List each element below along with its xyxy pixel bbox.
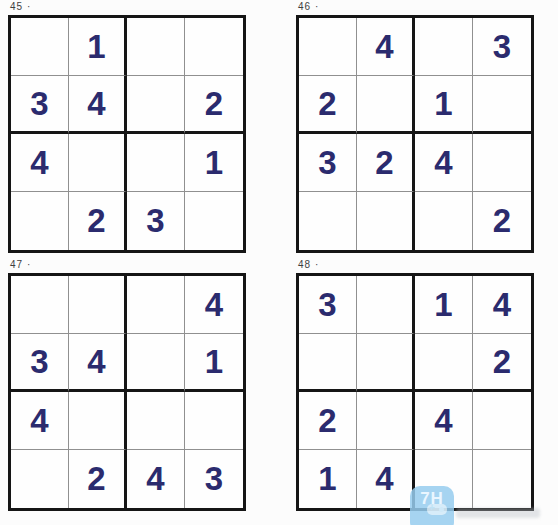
puzzle-label-48: 48 · [298, 259, 534, 271]
puzzle-label-45: 45 · [10, 1, 246, 13]
cell-r3c3[interactable] [127, 392, 185, 450]
cell-r4c3[interactable] [415, 192, 473, 250]
puzzle-block-45: 45 · 13424123 [8, 1, 246, 253]
cell-r1c2: 4 [357, 18, 415, 76]
cell-r4c1: 1 [299, 450, 357, 508]
cell-r3c3: 4 [415, 392, 473, 450]
cell-r3c1: 2 [299, 392, 357, 450]
cell-r3c4: 1 [185, 134, 243, 192]
cell-r1c1[interactable] [11, 18, 69, 76]
cell-r4c3: 4 [127, 450, 185, 508]
cell-r4c1[interactable] [11, 450, 69, 508]
sudoku-board-45: 13424123 [8, 15, 246, 253]
cell-r2c4: 1 [185, 334, 243, 392]
cell-r2c3[interactable] [127, 334, 185, 392]
cell-r2c2[interactable] [357, 334, 415, 392]
cell-r1c2: 1 [69, 18, 127, 76]
cell-r1c3[interactable] [415, 18, 473, 76]
cell-r2c4[interactable] [473, 76, 531, 134]
cell-r1c1[interactable] [299, 18, 357, 76]
cell-r4c1[interactable] [11, 192, 69, 250]
cell-r2c1[interactable] [299, 334, 357, 392]
cell-r3c1: 4 [11, 134, 69, 192]
cell-r4c4: 3 [185, 450, 243, 508]
page: { "game": "sudoku-4x4", "accent_color": … [0, 0, 558, 525]
cell-r4c1[interactable] [299, 192, 357, 250]
cell-r4c2: 2 [69, 192, 127, 250]
cell-r2c4: 2 [185, 76, 243, 134]
cell-r1c4: 4 [185, 276, 243, 334]
cell-r3c4[interactable] [473, 392, 531, 450]
cell-r4c3: 3 [127, 192, 185, 250]
puzzle-block-48: 48 · 31422414 [296, 259, 534, 511]
cell-r2c1: 3 [11, 76, 69, 134]
cell-r2c1: 2 [299, 76, 357, 134]
puzzle-block-47: 47 · 43414243 [8, 259, 246, 511]
cell-r2c2: 4 [69, 76, 127, 134]
cell-r4c4: 2 [473, 192, 531, 250]
cell-r1c1[interactable] [11, 276, 69, 334]
cell-r3c4[interactable] [473, 134, 531, 192]
cell-r3c4[interactable] [185, 392, 243, 450]
site-watermark-logo: 7H [410, 486, 454, 525]
cell-r1c2[interactable] [69, 276, 127, 334]
cell-r1c3[interactable] [127, 18, 185, 76]
cell-r4c4[interactable] [185, 192, 243, 250]
cell-r3c3: 4 [415, 134, 473, 192]
cell-r2c1: 3 [11, 334, 69, 392]
cell-r2c3[interactable] [415, 334, 473, 392]
cell-r2c4: 2 [473, 334, 531, 392]
cell-r4c2: 2 [69, 450, 127, 508]
cell-r1c4: 3 [473, 18, 531, 76]
sudoku-board-48: 31422414 [296, 273, 534, 511]
cell-r3c3[interactable] [127, 134, 185, 192]
cell-r1c4: 4 [473, 276, 531, 334]
cell-r4c2[interactable] [357, 192, 415, 250]
cell-r3c2[interactable] [357, 392, 415, 450]
cell-r1c1: 3 [299, 276, 357, 334]
cell-r4c2: 4 [357, 450, 415, 508]
game-controller-icon [427, 504, 447, 515]
cell-r3c2[interactable] [69, 392, 127, 450]
cell-r3c2: 2 [357, 134, 415, 192]
cell-r3c1: 3 [299, 134, 357, 192]
puzzle-label-46: 46 · [298, 1, 534, 13]
cell-r1c3: 1 [415, 276, 473, 334]
cell-r1c4[interactable] [185, 18, 243, 76]
cell-r3c2[interactable] [69, 134, 127, 192]
cell-r4c4[interactable] [473, 450, 531, 508]
sudoku-board-46: 43213242 [296, 15, 534, 253]
faint-watermark-text [456, 508, 540, 518]
puzzle-block-46: 46 · 43213242 [296, 1, 534, 253]
cell-r1c3[interactable] [127, 276, 185, 334]
sudoku-board-47: 43414243 [8, 273, 246, 511]
cell-r2c3: 1 [415, 76, 473, 134]
cell-r3c1: 4 [11, 392, 69, 450]
cell-r2c2[interactable] [357, 76, 415, 134]
cell-r1c2[interactable] [357, 276, 415, 334]
cell-r2c2: 4 [69, 334, 127, 392]
puzzle-label-47: 47 · [10, 259, 246, 271]
cell-r2c3[interactable] [127, 76, 185, 134]
